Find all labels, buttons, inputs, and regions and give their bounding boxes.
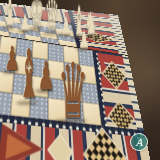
brown-queen-piece[interactable]: ♛ bbox=[58, 52, 88, 128]
white-queen-piece[interactable]: ♛ bbox=[45, 0, 59, 37]
white-king-piece[interactable]: ♚ bbox=[30, 0, 44, 33]
watermark-letter: A bbox=[135, 137, 142, 148]
white-pawn-piece[interactable]: ♟ bbox=[60, 15, 72, 38]
white-bishop-piece[interactable]: ♝ bbox=[3, 0, 16, 32]
photo-scene: ♝♟♚♛♟♝♞♟♟♝♟♛ A bbox=[0, 0, 160, 160]
brown-pawn-piece[interactable]: ♟ bbox=[37, 56, 54, 95]
watermark-badge: A bbox=[130, 133, 148, 151]
